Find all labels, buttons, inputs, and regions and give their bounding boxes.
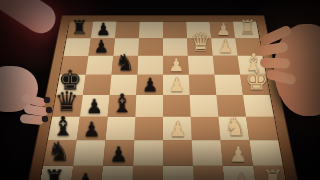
- right-hand-finger: [260, 57, 290, 68]
- square-e4[interactable]: ♟: [163, 75, 190, 95]
- piece-black-rook-a8[interactable]: ♜: [43, 167, 65, 180]
- piece-white-rook-a1[interactable]: ♜: [261, 167, 283, 180]
- piece-white-pawn-f4[interactable]: ♟: [168, 56, 184, 74]
- square-f7[interactable]: [86, 56, 113, 75]
- square-b7[interactable]: [73, 140, 105, 165]
- square-f2[interactable]: [213, 56, 240, 75]
- piece-black-pawn-c7[interactable]: ♟: [82, 119, 100, 139]
- square-c2[interactable]: ♞: [218, 117, 249, 141]
- piece-white-king-e1[interactable]: ♚: [244, 67, 268, 94]
- square-b4[interactable]: [163, 140, 193, 165]
- square-c4[interactable]: ♟: [163, 117, 192, 141]
- square-c6[interactable]: [105, 117, 135, 141]
- piece-black-pawn-a7[interactable]: ♟: [75, 170, 94, 180]
- piece-white-knight-c2[interactable]: ♞: [224, 114, 246, 140]
- piece-black-pawn-e5[interactable]: ♟: [141, 75, 157, 94]
- square-h4[interactable]: [163, 22, 187, 39]
- square-e3[interactable]: [189, 75, 217, 95]
- square-h1[interactable]: ♜: [233, 22, 259, 39]
- square-a3[interactable]: [193, 166, 226, 180]
- chess-board-frame: ♜♟♟♜♟♛♟♞♟♝♚♟♟♚♛♟♝♝♟♟♞♞♟♟♜♟♟♜: [23, 15, 304, 180]
- square-a5[interactable]: [132, 166, 163, 180]
- square-h5[interactable]: [139, 22, 163, 39]
- square-a7[interactable]: ♟: [69, 166, 103, 180]
- square-b1[interactable]: [249, 140, 283, 165]
- square-e1[interactable]: ♚: [240, 75, 269, 95]
- square-a4[interactable]: [163, 166, 194, 180]
- piece-white-pawn-b2[interactable]: ♟: [229, 144, 248, 165]
- square-f6[interactable]: ♞: [112, 56, 139, 75]
- piece-black-bishop-d6[interactable]: ♝: [110, 90, 132, 116]
- square-b2[interactable]: ♟: [221, 140, 253, 165]
- square-b5[interactable]: [133, 140, 163, 165]
- piece-black-pawn-d7[interactable]: ♟: [85, 96, 102, 116]
- square-b8[interactable]: ♞: [43, 140, 77, 165]
- square-b3[interactable]: [192, 140, 223, 165]
- piece-white-pawn-a2[interactable]: ♟: [231, 170, 250, 180]
- square-a2[interactable]: ♟: [223, 166, 257, 180]
- square-g5[interactable]: [138, 38, 163, 56]
- left-hand-finger: [20, 114, 45, 125]
- square-c1[interactable]: [246, 117, 278, 141]
- chess-board: ♜♟♟♜♟♛♟♞♟♝♚♟♟♚♛♟♝♝♟♟♞♞♟♟♜♟♟♜: [38, 22, 288, 180]
- left-player-arm: [0, 0, 61, 39]
- square-g3[interactable]: ♛: [187, 38, 213, 56]
- square-d3[interactable]: [190, 95, 219, 117]
- square-e7[interactable]: [83, 75, 112, 95]
- square-g2[interactable]: ♟: [211, 38, 238, 56]
- piece-white-pawn-e4[interactable]: ♟: [168, 75, 184, 94]
- piece-white-queen-g3[interactable]: ♛: [190, 30, 212, 55]
- square-d7[interactable]: ♟: [80, 95, 110, 117]
- square-g7[interactable]: ♟: [88, 38, 115, 56]
- video-frame: ♜♟♟♜♟♛♟♞♟♝♚♟♟♚♛♟♝♝♟♟♞♞♟♟♜♟♟♜: [0, 0, 320, 180]
- square-e2[interactable]: [214, 75, 243, 95]
- square-a8[interactable]: ♜: [38, 166, 73, 180]
- piece-black-pawn-b6[interactable]: ♟: [109, 144, 128, 165]
- piece-white-pawn-g2[interactable]: ♟: [217, 38, 232, 56]
- square-b6[interactable]: ♟: [103, 140, 134, 165]
- square-c7[interactable]: ♟: [77, 117, 108, 141]
- square-f5[interactable]: [137, 56, 163, 75]
- piece-black-knight-b8[interactable]: ♞: [47, 138, 70, 165]
- square-e5[interactable]: ♟: [136, 75, 163, 95]
- piece-white-rook-h1[interactable]: ♜: [239, 18, 256, 38]
- piece-black-rook-h8[interactable]: ♜: [70, 18, 87, 38]
- square-a1[interactable]: ♜: [253, 166, 288, 180]
- square-h6[interactable]: [115, 22, 140, 39]
- square-f3[interactable]: [188, 56, 215, 75]
- square-c5[interactable]: [134, 117, 163, 141]
- piece-white-pawn-c4[interactable]: ♟: [168, 119, 186, 139]
- square-d6[interactable]: ♝: [108, 95, 137, 117]
- square-d1[interactable]: [243, 95, 274, 117]
- painted-nail: [42, 116, 48, 122]
- painted-nail: [46, 107, 52, 113]
- square-h8[interactable]: ♜: [67, 22, 93, 39]
- piece-black-knight-f6[interactable]: ♞: [114, 51, 134, 74]
- painted-nail: [44, 97, 50, 103]
- square-d5[interactable]: [135, 95, 163, 117]
- square-g8[interactable]: [64, 38, 91, 56]
- piece-black-pawn-g7[interactable]: ♟: [93, 38, 108, 56]
- square-c3[interactable]: [191, 117, 221, 141]
- square-f4[interactable]: ♟: [163, 56, 189, 75]
- square-d4[interactable]: [163, 95, 191, 117]
- square-a6[interactable]: [101, 166, 134, 180]
